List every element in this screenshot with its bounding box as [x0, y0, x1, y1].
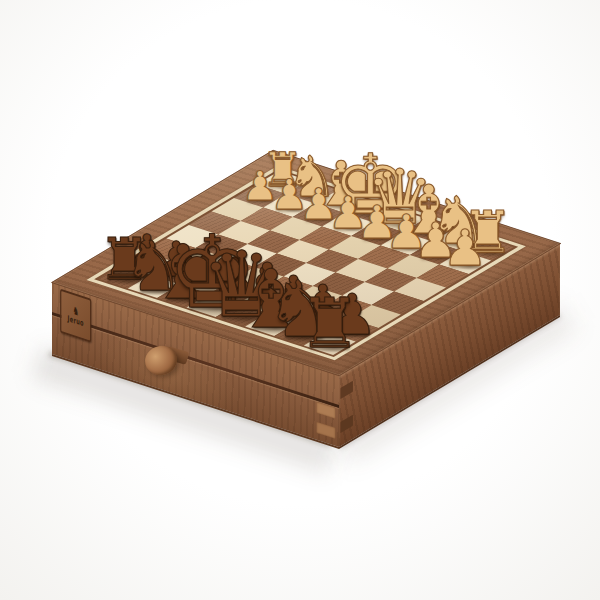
brand-name: Jeruo [68, 315, 84, 328]
dovetail-joint [340, 415, 352, 433]
piece-white-pawn-a2[interactable]: ♟ [443, 224, 487, 274]
dovetail-joint [340, 381, 352, 399]
product-photo-scene: ♞ Jeruo ♜♞♝♛♚♝♞♜♟♟♟♟♟♟♟♟♟♟♟♟♟♟♟♟♜♞♝♛♚♝♞♜ [0, 0, 600, 600]
piece-black-rook-a8[interactable]: ♜ [299, 289, 360, 357]
